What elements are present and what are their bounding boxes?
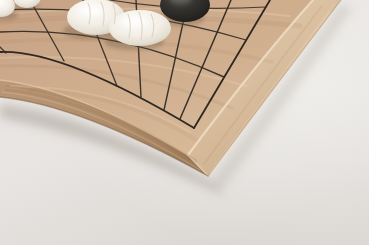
stone-highlight (120, 16, 148, 27)
go-board-scene (0, 0, 369, 245)
photo-of-go-board (0, 0, 369, 245)
